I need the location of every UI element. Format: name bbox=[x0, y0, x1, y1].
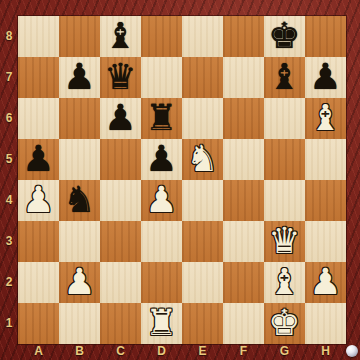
piece-black-rook-d6[interactable]: ♜ bbox=[141, 98, 182, 139]
square-g1[interactable]: ♚ bbox=[264, 303, 305, 344]
rank-label-1: 1 bbox=[0, 303, 18, 344]
piece-white-knight-e5[interactable]: ♞ bbox=[182, 139, 223, 180]
square-c1[interactable] bbox=[100, 303, 141, 344]
square-b2[interactable]: ♟ bbox=[59, 262, 100, 303]
square-e8[interactable] bbox=[182, 16, 223, 57]
file-label-a: A bbox=[18, 344, 59, 360]
square-f7[interactable] bbox=[223, 57, 264, 98]
square-a7[interactable] bbox=[18, 57, 59, 98]
square-a5[interactable]: ♟ bbox=[18, 139, 59, 180]
square-d3[interactable] bbox=[141, 221, 182, 262]
piece-black-pawn-c6[interactable]: ♟ bbox=[100, 98, 141, 139]
piece-white-bishop-h6[interactable]: ♝ bbox=[305, 98, 346, 139]
square-c6[interactable]: ♟ bbox=[100, 98, 141, 139]
square-b5[interactable] bbox=[59, 139, 100, 180]
square-e4[interactable] bbox=[182, 180, 223, 221]
square-b6[interactable] bbox=[59, 98, 100, 139]
piece-black-bishop-c8[interactable]: ♝ bbox=[100, 16, 141, 57]
rank-label-4: 4 bbox=[0, 180, 18, 221]
square-f6[interactable] bbox=[223, 98, 264, 139]
piece-black-pawn-h7[interactable]: ♟ bbox=[305, 57, 346, 98]
square-g4[interactable] bbox=[264, 180, 305, 221]
piece-white-queen-g3[interactable]: ♛ bbox=[264, 221, 305, 262]
piece-black-queen-c7[interactable]: ♛ bbox=[100, 57, 141, 98]
square-a8[interactable] bbox=[18, 16, 59, 57]
file-label-b: B bbox=[59, 344, 100, 360]
square-f2[interactable] bbox=[223, 262, 264, 303]
square-d7[interactable] bbox=[141, 57, 182, 98]
piece-white-pawn-h2[interactable]: ♟ bbox=[305, 262, 346, 303]
square-h6[interactable]: ♝ bbox=[305, 98, 346, 139]
square-a6[interactable] bbox=[18, 98, 59, 139]
square-g8[interactable]: ♚ bbox=[264, 16, 305, 57]
square-h1[interactable] bbox=[305, 303, 346, 344]
square-h5[interactable] bbox=[305, 139, 346, 180]
square-b3[interactable] bbox=[59, 221, 100, 262]
square-d8[interactable] bbox=[141, 16, 182, 57]
rank-label-6: 6 bbox=[0, 98, 18, 139]
square-b8[interactable] bbox=[59, 16, 100, 57]
square-c2[interactable] bbox=[100, 262, 141, 303]
file-label-h: H bbox=[305, 344, 346, 360]
piece-white-pawn-b2[interactable]: ♟ bbox=[59, 262, 100, 303]
square-c5[interactable] bbox=[100, 139, 141, 180]
file-label-d: D bbox=[141, 344, 182, 360]
square-h3[interactable] bbox=[305, 221, 346, 262]
piece-black-pawn-d5[interactable]: ♟ bbox=[141, 139, 182, 180]
square-c3[interactable] bbox=[100, 221, 141, 262]
square-g2[interactable]: ♝ bbox=[264, 262, 305, 303]
square-h2[interactable]: ♟ bbox=[305, 262, 346, 303]
rank-label-8: 8 bbox=[0, 16, 18, 57]
square-a1[interactable] bbox=[18, 303, 59, 344]
square-g3[interactable]: ♛ bbox=[264, 221, 305, 262]
rank-label-2: 2 bbox=[0, 262, 18, 303]
piece-black-bishop-g7[interactable]: ♝ bbox=[264, 57, 305, 98]
square-d2[interactable] bbox=[141, 262, 182, 303]
piece-black-pawn-a5[interactable]: ♟ bbox=[18, 139, 59, 180]
file-label-e: E bbox=[182, 344, 223, 360]
square-f3[interactable] bbox=[223, 221, 264, 262]
square-e1[interactable] bbox=[182, 303, 223, 344]
square-f5[interactable] bbox=[223, 139, 264, 180]
square-e5[interactable]: ♞ bbox=[182, 139, 223, 180]
square-e3[interactable] bbox=[182, 221, 223, 262]
square-e7[interactable] bbox=[182, 57, 223, 98]
piece-black-pawn-b7[interactable]: ♟ bbox=[59, 57, 100, 98]
square-d6[interactable]: ♜ bbox=[141, 98, 182, 139]
square-e2[interactable] bbox=[182, 262, 223, 303]
square-a2[interactable] bbox=[18, 262, 59, 303]
piece-white-bishop-g2[interactable]: ♝ bbox=[264, 262, 305, 303]
square-d5[interactable]: ♟ bbox=[141, 139, 182, 180]
square-b4[interactable]: ♞ bbox=[59, 180, 100, 221]
square-g5[interactable] bbox=[264, 139, 305, 180]
square-c8[interactable]: ♝ bbox=[100, 16, 141, 57]
square-h4[interactable] bbox=[305, 180, 346, 221]
square-c7[interactable]: ♛ bbox=[100, 57, 141, 98]
piece-white-pawn-d4[interactable]: ♟ bbox=[141, 180, 182, 221]
square-f8[interactable] bbox=[223, 16, 264, 57]
board-frame: ♝♚♟♛♝♟♟♜♝♟♟♞♟♞♟♛♟♝♟♜♚ 87654321 ABCDEFGH bbox=[0, 0, 360, 360]
square-g6[interactable] bbox=[264, 98, 305, 139]
piece-white-king-g1[interactable]: ♚ bbox=[264, 303, 305, 344]
rank-label-5: 5 bbox=[0, 139, 18, 180]
corner-ball-icon bbox=[346, 345, 358, 357]
file-label-g: G bbox=[264, 344, 305, 360]
square-a4[interactable]: ♟ bbox=[18, 180, 59, 221]
square-d1[interactable]: ♜ bbox=[141, 303, 182, 344]
square-b7[interactable]: ♟ bbox=[59, 57, 100, 98]
piece-black-king-g8[interactable]: ♚ bbox=[264, 16, 305, 57]
file-label-c: C bbox=[100, 344, 141, 360]
square-d4[interactable]: ♟ bbox=[141, 180, 182, 221]
square-f1[interactable] bbox=[223, 303, 264, 344]
square-g7[interactable]: ♝ bbox=[264, 57, 305, 98]
square-f4[interactable] bbox=[223, 180, 264, 221]
rank-label-3: 3 bbox=[0, 221, 18, 262]
square-e6[interactable] bbox=[182, 98, 223, 139]
chess-board: ♝♚♟♛♝♟♟♜♝♟♟♞♟♞♟♛♟♝♟♜♚ bbox=[18, 16, 346, 344]
square-b1[interactable] bbox=[59, 303, 100, 344]
piece-white-rook-d1[interactable]: ♜ bbox=[141, 303, 182, 344]
file-label-f: F bbox=[223, 344, 264, 360]
piece-white-pawn-a4[interactable]: ♟ bbox=[18, 180, 59, 221]
square-c4[interactable] bbox=[100, 180, 141, 221]
square-a3[interactable] bbox=[18, 221, 59, 262]
square-h8[interactable] bbox=[305, 16, 346, 57]
piece-black-knight-b4[interactable]: ♞ bbox=[59, 180, 100, 221]
rank-label-7: 7 bbox=[0, 57, 18, 98]
square-h7[interactable]: ♟ bbox=[305, 57, 346, 98]
